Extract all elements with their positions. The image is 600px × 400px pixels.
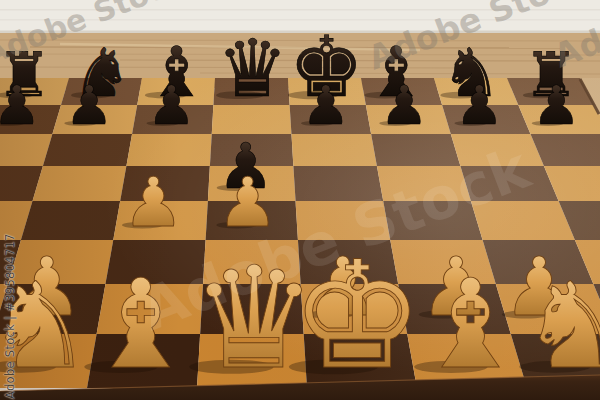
piece-white-pawn-c4[interactable]: ♟ (123, 163, 184, 242)
piece-black-pawn-c7[interactable]: ♟ (147, 74, 195, 137)
piece-black-pawn-a7[interactable]: ♟ (0, 74, 41, 137)
piece-black-pawn-b7[interactable]: ♟ (65, 74, 113, 137)
piece-black-queen-d8[interactable]: ♛ (217, 22, 288, 115)
square-b6[interactable] (43, 134, 132, 166)
piece-black-pawn-h7[interactable]: ♟ (532, 74, 580, 137)
square-c6[interactable] (126, 134, 211, 166)
square-e6[interactable] (291, 134, 376, 166)
photo-stage: ♜♞♝♛♚♝♞♜♟♟♟♟♟♟♟♟♟♟♟♟♟♟♞♝♛♚♝♞ Adobe Stock… (0, 0, 600, 400)
watermark-side-text: Adobe Stock | #395804717 (3, 233, 17, 399)
square-b4[interactable] (21, 201, 120, 240)
piece-black-pawn-g7[interactable]: ♟ (455, 74, 503, 137)
piece-black-pawn-e7[interactable]: ♟ (302, 74, 350, 137)
piece-black-pawn-f7[interactable]: ♟ (380, 74, 428, 137)
square-b5[interactable] (32, 166, 126, 201)
piece-white-bishop-f1[interactable]: ♝ (416, 253, 526, 396)
piece-white-knight-g1[interactable]: ♞ (521, 257, 600, 395)
